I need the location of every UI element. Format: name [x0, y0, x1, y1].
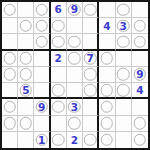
cell-r7c9[interactable]: [132, 99, 148, 115]
cell-r6c5[interactable]: [67, 83, 83, 99]
cell-r2c5[interactable]: [67, 18, 83, 34]
odd-circle: [101, 117, 114, 130]
cell-r8c5[interactable]: [67, 116, 83, 132]
odd-circle: [117, 68, 130, 81]
cell-r1c3[interactable]: [34, 2, 50, 18]
cell-r8c8[interactable]: [116, 116, 132, 132]
cell-r6c7[interactable]: [99, 83, 115, 99]
cell-r9c1[interactable]: [2, 132, 18, 148]
cell-r1c5[interactable]: 9: [67, 2, 83, 18]
odd-circle: [101, 84, 114, 97]
cell-r1c4[interactable]: 6: [51, 2, 67, 18]
cell-r2c4[interactable]: [51, 18, 67, 34]
odd-circle: [101, 134, 114, 147]
given-digit: 4: [103, 21, 110, 32]
odd-circle: [35, 3, 48, 16]
cell-r2c8[interactable]: 3: [116, 18, 132, 34]
odd-circle: [117, 35, 130, 48]
cell-r5c6[interactable]: [83, 67, 99, 83]
given-digit: 3: [120, 21, 127, 32]
given-digit: 2: [55, 53, 62, 64]
odd-circle: [52, 20, 65, 33]
cell-r6c6[interactable]: [83, 83, 99, 99]
cell-r6c8[interactable]: [116, 83, 132, 99]
sudoku-board: 6943279549312: [0, 0, 150, 150]
odd-circle: [20, 117, 33, 130]
given-digit: 7: [87, 53, 94, 64]
cell-r7c6[interactable]: [83, 99, 99, 115]
odd-circle: [35, 20, 48, 33]
odd-circle: [84, 3, 97, 16]
odd-circle: [52, 101, 65, 114]
cell-r2c7[interactable]: 4: [99, 18, 115, 34]
cell-r6c4[interactable]: [51, 83, 67, 99]
cell-r7c5[interactable]: 3: [67, 99, 83, 115]
odd-circle: [117, 3, 130, 16]
odd-circle: [68, 35, 81, 48]
odd-circle: [134, 35, 147, 48]
cell-r1c6[interactable]: [83, 2, 99, 18]
cell-r5c8[interactable]: [116, 67, 132, 83]
cell-r4c3[interactable]: [34, 51, 50, 67]
cell-r2c1[interactable]: [2, 18, 18, 34]
cell-r1c1[interactable]: [2, 2, 18, 18]
given-digit: 9: [71, 4, 78, 15]
cell-r7c1[interactable]: [2, 99, 18, 115]
odd-circle: [3, 117, 16, 130]
cell-r5c9[interactable]: 9: [132, 67, 148, 83]
odd-circle: [117, 84, 130, 97]
cell-r4c7[interactable]: [99, 51, 115, 67]
odd-circle: [84, 84, 97, 97]
cell-r1c9[interactable]: [132, 2, 148, 18]
given-digit: 1: [38, 135, 45, 146]
given-digit: 3: [71, 102, 78, 113]
odd-circle: [84, 68, 97, 81]
odd-circle: [52, 35, 65, 48]
cell-r8c1[interactable]: [2, 116, 18, 132]
cell-r4c9[interactable]: [132, 51, 148, 67]
cell-r9c2[interactable]: [18, 132, 34, 148]
cell-r3c8[interactable]: [116, 34, 132, 50]
cell-r3c1[interactable]: [2, 34, 18, 50]
cell-r3c3[interactable]: [34, 34, 50, 50]
odd-circle: [68, 52, 81, 65]
cell-r7c8[interactable]: [116, 99, 132, 115]
cell-r9c9[interactable]: [132, 132, 148, 148]
odd-circle: [3, 101, 16, 114]
odd-circle: [134, 117, 147, 130]
cell-r1c7[interactable]: [99, 2, 115, 18]
cell-r7c3[interactable]: 9: [34, 99, 50, 115]
cell-r3c9[interactable]: [132, 34, 148, 50]
cell-r8c3[interactable]: [34, 116, 50, 132]
odd-circle: [101, 52, 114, 65]
odd-circle: [68, 117, 81, 130]
odd-circle: [3, 52, 16, 65]
cell-r3c7[interactable]: [99, 34, 115, 50]
cell-r8c9[interactable]: [132, 116, 148, 132]
cell-r5c3[interactable]: [34, 67, 50, 83]
cell-r1c2[interactable]: [18, 2, 34, 18]
cell-r2c9[interactable]: [132, 18, 148, 34]
cell-r7c7[interactable]: [99, 99, 115, 115]
cell-r5c1[interactable]: [2, 67, 18, 83]
cell-r8c7[interactable]: [99, 116, 115, 132]
cell-r9c7[interactable]: [99, 132, 115, 148]
odd-circle: [52, 84, 65, 97]
odd-circle: [134, 134, 147, 147]
odd-circle: [101, 101, 114, 114]
cell-r9c3[interactable]: 1: [34, 132, 50, 148]
odd-circle: [84, 134, 97, 147]
odd-circle: [20, 20, 33, 33]
given-digit: 5: [22, 85, 29, 96]
cell-r7c2[interactable]: [18, 99, 34, 115]
cell-r9c6[interactable]: [83, 132, 99, 148]
odd-circle: [134, 20, 147, 33]
cell-r4c4[interactable]: 2: [51, 51, 67, 67]
cell-r5c7[interactable]: [99, 67, 115, 83]
cell-r2c3[interactable]: [34, 18, 50, 34]
cell-r5c4[interactable]: [51, 67, 67, 83]
odd-circle: [52, 134, 65, 147]
cell-r6c1[interactable]: [2, 83, 18, 99]
cell-r3c5[interactable]: [67, 34, 83, 50]
cell-r4c8[interactable]: [116, 51, 132, 67]
odd-circle: [20, 68, 33, 81]
given-digit: 9: [38, 102, 45, 113]
given-digit: 2: [71, 135, 78, 146]
cell-r4c6[interactable]: 7: [83, 51, 99, 67]
cell-r6c9[interactable]: 4: [132, 83, 148, 99]
given-digit: 6: [55, 4, 62, 15]
odd-circle: [3, 68, 16, 81]
cell-r4c1[interactable]: [2, 51, 18, 67]
cell-r4c5[interactable]: [67, 51, 83, 67]
cell-r5c2[interactable]: [18, 67, 34, 83]
given-digit: 4: [136, 85, 143, 96]
cell-r3c4[interactable]: [51, 34, 67, 50]
odd-circle: [20, 52, 33, 65]
cell-r6c2[interactable]: 5: [18, 83, 34, 99]
cell-r3c6[interactable]: [83, 34, 99, 50]
cell-r4c2[interactable]: [18, 51, 34, 67]
cell-r2c2[interactable]: [18, 18, 34, 34]
cell-r5c5[interactable]: [67, 67, 83, 83]
cell-r7c4[interactable]: [51, 99, 67, 115]
cell-r8c2[interactable]: [18, 116, 34, 132]
cell-r9c4[interactable]: [51, 132, 67, 148]
cell-r9c8[interactable]: [116, 132, 132, 148]
given-digit: 9: [136, 69, 143, 80]
cell-r6c3[interactable]: [34, 83, 50, 99]
cell-r8c4[interactable]: [51, 116, 67, 132]
cell-r9c5[interactable]: 2: [67, 132, 83, 148]
cell-r8c6[interactable]: [83, 116, 99, 132]
cell-r3c2[interactable]: [18, 34, 34, 50]
cell-r1c8[interactable]: [116, 2, 132, 18]
odd-circle: [35, 35, 48, 48]
odd-circle: [3, 3, 16, 16]
cell-r2c6[interactable]: [83, 18, 99, 34]
